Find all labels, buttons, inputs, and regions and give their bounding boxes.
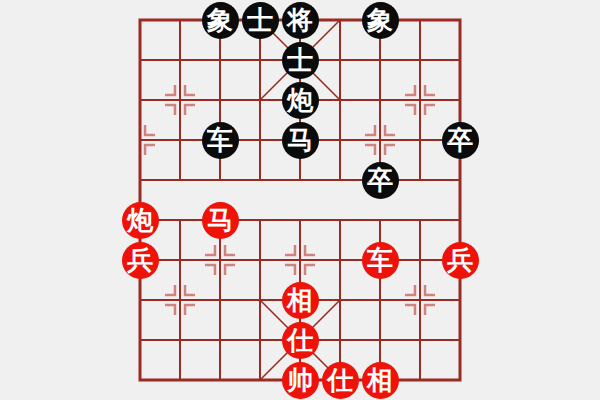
black-elephant[interactable]: 象: [200, 0, 240, 40]
xiangqi-screenshot: 象士将象士炮车马卒卒炮马兵车兵相仕帅仕相: [0, 0, 600, 400]
black-cannon[interactable]: 炮: [280, 80, 320, 120]
red-cannon-glyph: 炮: [122, 202, 159, 239]
black-elephant-glyph: 象: [362, 2, 399, 39]
black-advisor[interactable]: 士: [280, 40, 320, 80]
red-soldier[interactable]: 兵: [440, 240, 480, 280]
red-elephant-glyph: 相: [362, 362, 399, 399]
red-horse[interactable]: 马: [200, 200, 240, 240]
black-soldier[interactable]: 卒: [360, 160, 400, 200]
xiangqi-board: 象士将象士炮车马卒卒炮马兵车兵相仕帅仕相: [120, 0, 480, 400]
black-soldier[interactable]: 卒: [440, 120, 480, 160]
red-elephant-glyph: 相: [282, 282, 319, 319]
black-chariot-glyph: 车: [202, 122, 239, 159]
black-chariot[interactable]: 车: [200, 120, 240, 160]
black-soldier-glyph: 卒: [442, 122, 479, 159]
black-soldier-glyph: 卒: [362, 162, 399, 199]
black-elephant[interactable]: 象: [360, 0, 400, 40]
black-general[interactable]: 将: [280, 0, 320, 40]
red-chariot-glyph: 车: [362, 242, 399, 279]
red-advisor[interactable]: 仕: [320, 360, 360, 400]
red-horse-glyph: 马: [202, 202, 239, 239]
red-soldier-glyph: 兵: [442, 242, 479, 279]
black-horse[interactable]: 马: [280, 120, 320, 160]
black-advisor-glyph: 士: [282, 42, 319, 79]
black-general-glyph: 将: [282, 2, 319, 39]
red-elephant[interactable]: 相: [360, 360, 400, 400]
red-soldier-glyph: 兵: [122, 242, 159, 279]
black-cannon-glyph: 炮: [282, 82, 319, 119]
red-advisor[interactable]: 仕: [280, 320, 320, 360]
red-advisor-glyph: 仕: [322, 362, 359, 399]
red-general-glyph: 帅: [282, 362, 319, 399]
red-chariot[interactable]: 车: [360, 240, 400, 280]
red-general[interactable]: 帅: [280, 360, 320, 400]
black-advisor-glyph: 士: [242, 2, 279, 39]
black-advisor[interactable]: 士: [240, 0, 280, 40]
red-advisor-glyph: 仕: [282, 322, 319, 359]
red-soldier[interactable]: 兵: [120, 240, 160, 280]
red-cannon[interactable]: 炮: [120, 200, 160, 240]
black-elephant-glyph: 象: [202, 2, 239, 39]
black-horse-glyph: 马: [282, 122, 319, 159]
red-elephant[interactable]: 相: [280, 280, 320, 320]
